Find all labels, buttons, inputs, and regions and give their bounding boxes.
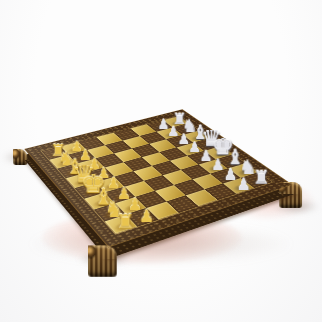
board-surface: ♜♟♟♜♞♟♟♞♝♟♟♝♛♟♟♛♚♟♟♚♝♟♟♝♞♟♟♞♜♟♟♜ [24, 109, 292, 247]
piece-stand: ♜ [113, 207, 138, 232]
piece-stand: ♜ [250, 164, 272, 186]
product-photo: ♜♟♟♜♞♟♟♞♝♟♟♝♛♟♟♛♚♟♟♚♝♟♟♝♞♟♟♞♜♟♟♜ [0, 0, 322, 322]
board-foot-near-corner [88, 245, 117, 276]
chess-board: ♜♟♟♜♞♟♟♞♝♟♟♝♛♟♟♛♚♟♟♚♝♟♟♝♞♟♟♞♜♟♟♜ [24, 109, 292, 247]
square-r5-c5[interactable] [181, 165, 211, 180]
square-r4-c3[interactable] [134, 166, 163, 181]
gold-rook[interactable]: ♜ [116, 212, 135, 232]
silver-rook[interactable]: ♜ [253, 168, 270, 186]
scene-3d: ♜♟♟♜♞♟♟♞♝♟♟♝♛♟♟♛♚♟♟♚♝♟♟♝♞♟♟♞♜♟♟♜ [0, 0, 322, 322]
